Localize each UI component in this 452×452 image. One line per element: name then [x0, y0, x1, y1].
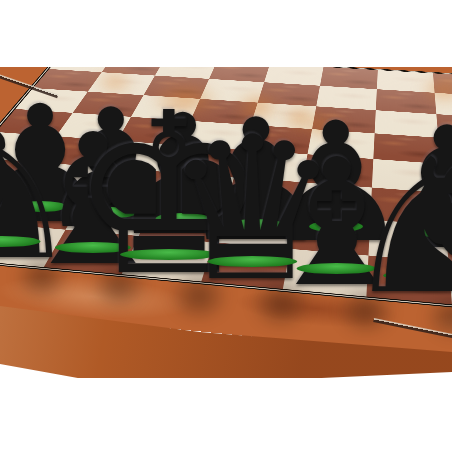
piece-b8-black-knight: ♞ — [342, 135, 452, 279]
pieces-layer: ♟♟♟♟♟♟♞♝♚♛♝♞ — [0, 67, 452, 378]
knight-glyph: ♞ — [342, 135, 452, 320]
product-photo: ♟♟♟♟♟♟♞♝♚♛♝♞ — [0, 0, 452, 452]
photo-area: ♟♟♟♟♟♟♞♝♚♛♝♞ — [0, 67, 452, 378]
